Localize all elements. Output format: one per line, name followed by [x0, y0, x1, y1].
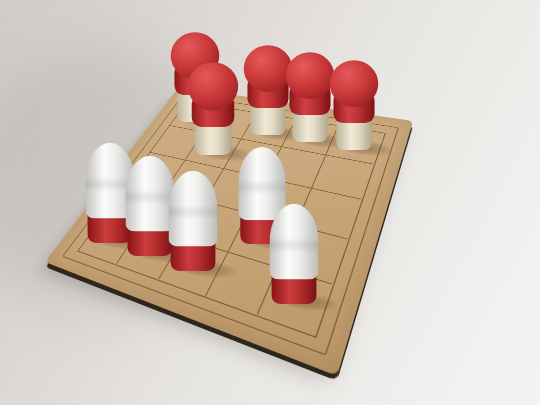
photo-scene — [0, 0, 540, 405]
piece-red-d1 — [284, 52, 334, 142]
piece-red-b2 — [187, 62, 239, 155]
peg-head — [169, 170, 218, 246]
piece-white-e5 — [266, 202, 324, 304]
peg-head — [330, 60, 379, 107]
peg-head — [270, 204, 319, 280]
piece-red-e1 — [329, 60, 379, 150]
peg-head — [285, 52, 334, 99]
peg-head — [188, 62, 238, 110]
piece-white-c5 — [165, 168, 223, 270]
